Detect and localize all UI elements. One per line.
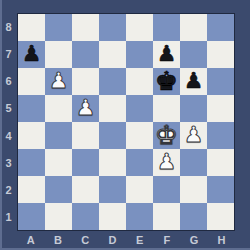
square-g2[interactable] [180,176,207,203]
square-f8[interactable] [153,14,180,41]
file-label-a: A [17,231,44,248]
square-h1[interactable] [207,203,234,230]
square-b6[interactable]: ♟ [45,68,72,95]
file-label-b: B [44,231,71,248]
square-a4[interactable] [18,122,45,149]
square-e8[interactable] [126,14,153,41]
square-e3[interactable] [126,149,153,176]
square-g5[interactable] [180,95,207,122]
rank-label-8: 8 [0,13,17,40]
square-g4[interactable]: ♟ [180,122,207,149]
square-f7[interactable]: ♟ [153,41,180,68]
square-d8[interactable] [99,14,126,41]
white-pawn-icon: ♟ [157,151,177,173]
file-labels: ABCDEFGH [17,231,235,248]
rank-label-5: 5 [0,95,17,122]
file-label-c: C [72,231,99,248]
square-b3[interactable] [45,149,72,176]
square-a7[interactable]: ♟ [18,41,45,68]
square-g8[interactable] [180,14,207,41]
square-c6[interactable] [72,68,99,95]
square-c2[interactable] [72,176,99,203]
square-h4[interactable] [207,122,234,149]
square-e5[interactable] [126,95,153,122]
square-g3[interactable] [180,149,207,176]
square-b5[interactable] [45,95,72,122]
black-pawn-icon: ♟ [157,43,177,65]
square-c7[interactable] [72,41,99,68]
white-pawn-icon: ♟ [76,97,96,119]
square-c1[interactable] [72,203,99,230]
square-f4[interactable]: ♚ [153,122,180,149]
square-a2[interactable] [18,176,45,203]
square-g7[interactable] [180,41,207,68]
file-label-h: H [208,231,235,248]
square-c4[interactable] [72,122,99,149]
file-label-f: F [153,231,180,248]
square-b4[interactable] [45,122,72,149]
square-d7[interactable] [99,41,126,68]
square-b2[interactable] [45,176,72,203]
square-h6[interactable] [207,68,234,95]
black-pawn-icon: ♟ [22,43,42,65]
white-pawn-icon: ♟ [184,124,204,146]
square-a5[interactable] [18,95,45,122]
chess-diagram: 87654321 ♟♟♟♚♟♟♚♟♟ ABCDEFGH [0,0,250,250]
square-a8[interactable] [18,14,45,41]
square-c3[interactable] [72,149,99,176]
square-b1[interactable] [45,203,72,230]
square-e6[interactable] [126,68,153,95]
square-c8[interactable] [72,14,99,41]
square-a3[interactable] [18,149,45,176]
square-f6[interactable]: ♚ [153,68,180,95]
square-d2[interactable] [99,176,126,203]
square-a6[interactable] [18,68,45,95]
rank-label-3: 3 [0,149,17,176]
square-d3[interactable] [99,149,126,176]
rank-label-7: 7 [0,40,17,67]
square-g6[interactable]: ♟ [180,68,207,95]
square-d1[interactable] [99,203,126,230]
square-h3[interactable] [207,149,234,176]
square-h8[interactable] [207,14,234,41]
square-d4[interactable] [99,122,126,149]
square-f1[interactable] [153,203,180,230]
rank-label-4: 4 [0,122,17,149]
black-pawn-icon: ♟ [184,70,204,92]
square-d6[interactable] [99,68,126,95]
square-f2[interactable] [153,176,180,203]
square-e7[interactable] [126,41,153,68]
rank-labels: 87654321 [0,13,17,231]
square-e4[interactable] [126,122,153,149]
square-b7[interactable] [45,41,72,68]
square-f5[interactable] [153,95,180,122]
white-king-icon: ♚ [155,122,178,148]
chess-board: ♟♟♟♚♟♟♚♟♟ [17,13,235,231]
square-d5[interactable] [99,95,126,122]
square-e1[interactable] [126,203,153,230]
file-label-d: D [99,231,126,248]
white-pawn-icon: ♟ [49,70,69,92]
square-e2[interactable] [126,176,153,203]
square-g1[interactable] [180,203,207,230]
square-h2[interactable] [207,176,234,203]
file-label-g: G [181,231,208,248]
square-f3[interactable]: ♟ [153,149,180,176]
rank-label-2: 2 [0,177,17,204]
square-h7[interactable] [207,41,234,68]
square-b8[interactable] [45,14,72,41]
rank-label-1: 1 [0,204,17,231]
square-h5[interactable] [207,95,234,122]
black-king-icon: ♚ [155,68,178,94]
rank-label-6: 6 [0,68,17,95]
file-label-e: E [126,231,153,248]
square-c5[interactable]: ♟ [72,95,99,122]
square-a1[interactable] [18,203,45,230]
